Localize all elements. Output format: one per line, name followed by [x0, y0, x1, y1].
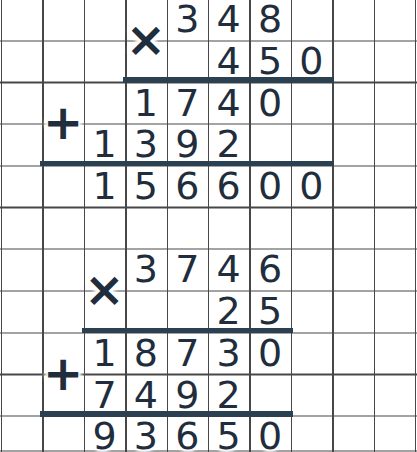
digit-cell: 5 [125, 165, 166, 207]
digit-glyph: 2 [217, 376, 241, 414]
operator-glyph: + [43, 349, 83, 397]
digit-glyph: 5 [134, 167, 158, 205]
digit-cell: 5 [249, 290, 290, 332]
digit-cell: 3 [125, 124, 166, 166]
digit-cell: 2 [208, 290, 249, 332]
digit-glyph: 1 [92, 334, 116, 372]
digit-glyph: 4 [217, 84, 241, 122]
digit-glyph: 8 [258, 0, 282, 38]
digit-cell: 7 [84, 374, 125, 416]
digit-glyph: 7 [175, 334, 199, 372]
digit-cell: 3 [125, 415, 166, 452]
worksheet-page: 348×4501740+13921566003746×2518730+74929… [0, 0, 417, 452]
digit-cell: 1 [84, 332, 125, 374]
digit-cell: 5 [249, 40, 290, 82]
digit-glyph: 8 [134, 334, 158, 372]
digit-cell: 6 [208, 165, 249, 207]
digit-glyph: 4 [217, 0, 241, 38]
operator-cell: × [84, 290, 125, 332]
digit-cell: 0 [249, 165, 290, 207]
operator-glyph: + [43, 98, 83, 146]
digit-glyph: 0 [299, 167, 323, 205]
digit-cell: 4 [208, 40, 249, 82]
digit-glyph: 0 [258, 167, 282, 205]
digit-cell: 1 [84, 165, 125, 207]
digit-glyph: 1 [134, 84, 158, 122]
digit-glyph: 3 [217, 334, 241, 372]
digit-glyph: 3 [175, 0, 199, 38]
digit-glyph: 6 [217, 167, 241, 205]
digit-cell: 8 [125, 332, 166, 374]
digit-cell: 0 [249, 82, 290, 124]
digit-cell: 0 [291, 165, 332, 207]
operator-glyph: × [126, 15, 166, 63]
multiplier-rule-problem-2 [82, 328, 293, 334]
digit-cell: 7 [167, 249, 208, 291]
digit-glyph: 3 [134, 417, 158, 452]
digit-cell: 0 [291, 40, 332, 82]
digit-glyph: 5 [217, 417, 241, 452]
digit-glyph: 1 [92, 125, 116, 163]
sum-rule-problem-1 [40, 161, 334, 167]
multiplication-grid: 348×4501740+13921566003746×2518730+74929… [1, 0, 415, 452]
digit-glyph: 5 [258, 292, 282, 330]
digit-cell: 7 [167, 82, 208, 124]
digit-glyph: 0 [258, 417, 282, 452]
digit-cell: 9 [167, 374, 208, 416]
digit-glyph: 0 [258, 334, 282, 372]
digit-cell: 1 [125, 82, 166, 124]
digit-cell: 0 [249, 332, 290, 374]
digit-cell: 6 [167, 165, 208, 207]
digit-glyph: 4 [134, 376, 158, 414]
digit-glyph: 5 [258, 42, 282, 80]
digit-cell: 6 [167, 415, 208, 452]
digit-glyph: 9 [92, 417, 116, 452]
digit-glyph: 9 [175, 125, 199, 163]
sum-rule-problem-2 [40, 411, 292, 417]
digit-glyph: 0 [258, 84, 282, 122]
digit-glyph: 0 [299, 42, 323, 80]
digit-glyph: 2 [217, 125, 241, 163]
multiplier-rule-problem-1 [123, 77, 334, 83]
digit-cell: 9 [84, 415, 125, 452]
digit-glyph: 2 [217, 292, 241, 330]
digit-glyph: 7 [175, 250, 199, 288]
digit-glyph: 3 [134, 250, 158, 288]
digit-cell: 6 [249, 249, 290, 291]
digit-glyph: 4 [217, 42, 241, 80]
digit-glyph: 7 [92, 376, 116, 414]
digit-cell: 1 [84, 124, 125, 166]
digit-cell: 0 [249, 415, 290, 452]
digit-cell: 4 [208, 0, 249, 40]
digit-cell: 3 [208, 332, 249, 374]
digit-glyph: 3 [134, 125, 158, 163]
digit-cell: 2 [208, 124, 249, 166]
digit-cell: 4 [208, 82, 249, 124]
digit-cell: 7 [167, 332, 208, 374]
digit-cell: 9 [167, 124, 208, 166]
operator-cell: + [42, 124, 83, 166]
digit-cell: 5 [208, 415, 249, 452]
digit-glyph: 9 [175, 376, 199, 414]
digit-cell: 3 [125, 249, 166, 291]
digit-cell: 3 [167, 0, 208, 40]
digit-cell: 8 [249, 0, 290, 40]
operator-glyph: × [84, 265, 124, 313]
digit-glyph: 6 [258, 250, 282, 288]
digit-cell: 2 [208, 374, 249, 416]
digit-cell: 4 [208, 249, 249, 291]
digit-glyph: 6 [175, 417, 199, 452]
digit-glyph: 1 [92, 167, 116, 205]
operator-cell: + [42, 374, 83, 416]
operator-cell: × [125, 40, 166, 82]
digit-glyph: 7 [175, 84, 199, 122]
digit-glyph: 6 [175, 167, 199, 205]
digit-cell: 4 [125, 374, 166, 416]
digit-glyph: 4 [217, 250, 241, 288]
